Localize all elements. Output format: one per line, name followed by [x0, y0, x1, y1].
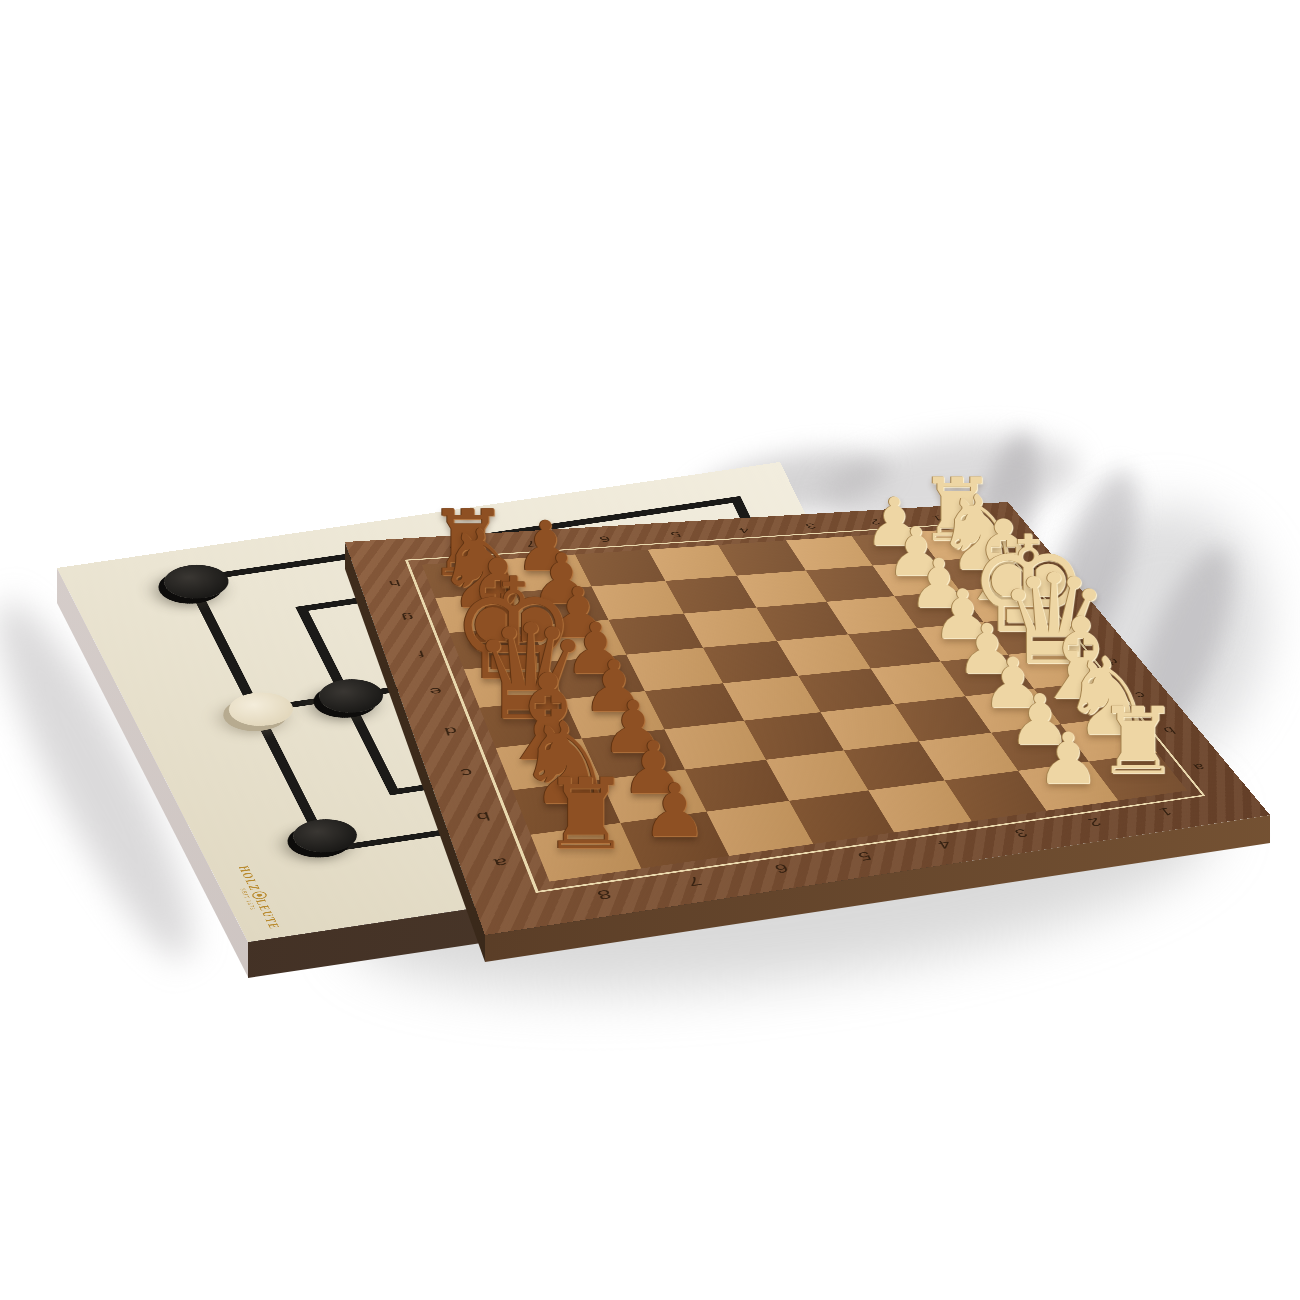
- scene: HOLZLEUTE SEIT 1873 hhggffeeddccbbaa8877…: [0, 0, 1300, 1300]
- piece-white-pawn-a2[interactable]: ♟: [1036, 723, 1099, 794]
- pieces-layer: ♜♞♝♛♚♝♞♜♟♟♟♟♟♟♟♟♟♟♟♟♟♟♟♟♜♞♝♛♚♝♞♜: [0, 0, 1300, 1300]
- piece-black-rook-a8[interactable]: ♜: [542, 765, 630, 863]
- piece-black-pawn-a7[interactable]: ♟: [642, 775, 708, 849]
- piece-white-rook-a1[interactable]: ♜: [1096, 695, 1179, 788]
